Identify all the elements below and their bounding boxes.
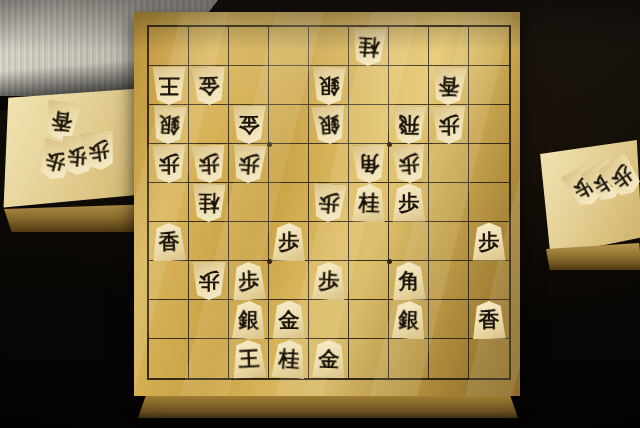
piece-金-gote-7c[interactable]: 金 (232, 106, 266, 144)
board-cell-7b[interactable] (229, 66, 269, 105)
board-cell-2i[interactable] (429, 339, 469, 378)
board-cell-8f[interactable] (189, 222, 229, 261)
board-cell-8h[interactable] (189, 300, 229, 339)
board-cell-4h[interactable] (349, 300, 389, 339)
board-cell-4g[interactable] (349, 261, 389, 300)
board-cell-3a[interactable] (389, 27, 429, 66)
piece-歩-sente-3e[interactable]: 歩 (392, 184, 426, 222)
board-cell-5h[interactable] (309, 300, 349, 339)
board-cell-2g[interactable] (429, 261, 469, 300)
board-cell-7a[interactable] (229, 27, 269, 66)
board-cell-2d[interactable] (429, 144, 469, 183)
board-cell-6b[interactable] (269, 66, 309, 105)
board-cell-2e[interactable] (429, 183, 469, 222)
board-cell-3i[interactable] (389, 339, 429, 378)
board-cell-2f[interactable] (429, 222, 469, 261)
board-cell-9e[interactable] (149, 183, 189, 222)
board-cell-6a[interactable] (269, 27, 309, 66)
board-cell-1i[interactable] (469, 339, 509, 378)
board-cell-8i[interactable] (189, 339, 229, 378)
board-cell-1e[interactable] (469, 183, 509, 222)
board-cell-4b[interactable] (349, 66, 389, 105)
board-cell-6d[interactable] (269, 144, 309, 183)
board-cell-1d[interactable] (469, 144, 509, 183)
shogi-board: 桂王金銀香銀金銀飛歩歩歩歩角歩桂歩桂歩香歩歩歩歩歩角銀金銀香王桂金 (134, 12, 520, 396)
board-cell-4i[interactable] (349, 339, 389, 378)
board-front-edge (138, 396, 518, 418)
board-cell-5a[interactable] (309, 27, 349, 66)
shogi-photo-scene: 桂王金銀香銀金銀飛歩歩歩歩角歩桂歩桂歩香歩歩歩歩歩角銀金銀香王桂金 香歩歩歩歩歩… (0, 0, 640, 428)
board-cell-8c[interactable] (189, 105, 229, 144)
board-cell-9g[interactable] (149, 261, 189, 300)
board-cell-4c[interactable] (349, 105, 389, 144)
board-cell-1c[interactable] (469, 105, 509, 144)
board-cell-7e[interactable] (229, 183, 269, 222)
board-cell-6g[interactable] (269, 261, 309, 300)
board-cell-2a[interactable] (429, 27, 469, 66)
board-cell-9h[interactable] (149, 300, 189, 339)
board-cell-5f[interactable] (309, 222, 349, 261)
board-cell-9a[interactable] (149, 27, 189, 66)
board-cell-6c[interactable] (269, 105, 309, 144)
piece-金-sente-6h[interactable]: 金 (272, 301, 306, 339)
board-grid: 桂王金銀香銀金銀飛歩歩歩歩角歩桂歩桂歩香歩歩歩歩歩角銀金銀香王桂金 (147, 25, 511, 380)
board-cell-5d[interactable] (309, 144, 349, 183)
board-cell-1b[interactable] (469, 66, 509, 105)
piece-王-gote-9b[interactable]: 王 (152, 67, 186, 105)
board-cell-3b[interactable] (389, 66, 429, 105)
piece-歩-gote-8g[interactable]: 歩 (192, 262, 226, 300)
board-cell-3f[interactable] (389, 222, 429, 261)
board-cell-7f[interactable] (229, 222, 269, 261)
board-cell-8a[interactable] (189, 27, 229, 66)
hoshi-dot (387, 142, 392, 147)
piece-歩-sente-1f[interactable]: 歩 (472, 223, 506, 261)
hoshi-dot (387, 259, 392, 264)
board-cell-4f[interactable] (349, 222, 389, 261)
hoshi-dot (267, 142, 272, 147)
hoshi-dot (267, 259, 272, 264)
board-cell-2h[interactable] (429, 300, 469, 339)
board-cell-6e[interactable] (269, 183, 309, 222)
board-cell-1g[interactable] (469, 261, 509, 300)
board-cell-1a[interactable] (469, 27, 509, 66)
board-cell-9i[interactable] (149, 339, 189, 378)
